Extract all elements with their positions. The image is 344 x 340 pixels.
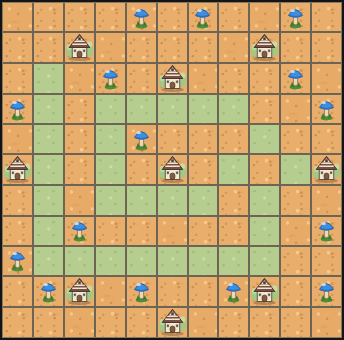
board-cell[interactable]: [312, 3, 341, 31]
board-cell[interactable]: [127, 125, 156, 153]
board-cell[interactable]: [312, 186, 341, 214]
board-cell[interactable]: [219, 155, 248, 184]
board-cell[interactable]: [250, 125, 279, 153]
board-cell[interactable]: [281, 95, 310, 123]
mushroom-icon: [132, 280, 151, 303]
board-cell[interactable]: [65, 95, 94, 123]
board-cell[interactable]: [281, 247, 310, 275]
house-icon: [250, 277, 279, 306]
board-cell[interactable]: [127, 277, 156, 306]
puzzle-board-frame: [0, 0, 344, 340]
board-cell[interactable]: [65, 277, 94, 306]
house-icon: [158, 64, 187, 93]
board-cell[interactable]: [96, 95, 125, 123]
board-cell[interactable]: [312, 217, 341, 245]
board-cell[interactable]: [3, 308, 32, 337]
board-cell[interactable]: [250, 277, 279, 306]
board-cell[interactable]: [3, 125, 32, 153]
board-cell[interactable]: [96, 308, 125, 337]
board-cell[interactable]: [250, 308, 279, 337]
board-cell[interactable]: [158, 125, 187, 153]
board-cell[interactable]: [189, 64, 218, 93]
board-cell[interactable]: [127, 33, 156, 62]
board-cell[interactable]: [189, 186, 218, 214]
board-cell[interactable]: [281, 155, 310, 184]
board-cell[interactable]: [189, 125, 218, 153]
mushroom-icon: [8, 249, 27, 272]
board-cell[interactable]: [65, 64, 94, 93]
board-cell[interactable]: [219, 277, 248, 306]
board-cell[interactable]: [3, 217, 32, 245]
board-cell[interactable]: [96, 64, 125, 93]
board-cell[interactable]: [34, 308, 63, 337]
board-cell[interactable]: [65, 247, 94, 275]
board-cell[interactable]: [3, 33, 32, 62]
board-cell[interactable]: [158, 247, 187, 275]
board-cell[interactable]: [127, 217, 156, 245]
board-cell[interactable]: [189, 308, 218, 337]
board-cell[interactable]: [281, 125, 310, 153]
board-cell[interactable]: [3, 186, 32, 214]
board-cell[interactable]: [250, 217, 279, 245]
board-cell[interactable]: [281, 277, 310, 306]
board-cell[interactable]: [219, 3, 248, 31]
board-cell[interactable]: [281, 186, 310, 214]
house-icon: [250, 33, 279, 62]
board-cell[interactable]: [158, 3, 187, 31]
board-cell[interactable]: [312, 308, 341, 337]
board-cell[interactable]: [96, 277, 125, 306]
board-cell[interactable]: [127, 308, 156, 337]
board-cell[interactable]: [219, 33, 248, 62]
mushroom-icon: [286, 67, 305, 90]
board-cell[interactable]: [312, 277, 341, 306]
board-cell[interactable]: [65, 125, 94, 153]
board-cell[interactable]: [250, 155, 279, 184]
board-cell[interactable]: [312, 33, 341, 62]
board-cell[interactable]: [3, 64, 32, 93]
board-cell[interactable]: [250, 33, 279, 62]
board-cell[interactable]: [3, 155, 32, 184]
board-cell[interactable]: [96, 155, 125, 184]
board-cell[interactable]: [96, 217, 125, 245]
house-icon: [158, 308, 187, 337]
board-cell[interactable]: [312, 64, 341, 93]
board-cell[interactable]: [158, 217, 187, 245]
board-cell[interactable]: [250, 64, 279, 93]
board-cell[interactable]: [189, 33, 218, 62]
board-cell[interactable]: [158, 308, 187, 337]
board-cell[interactable]: [34, 33, 63, 62]
board-cell[interactable]: [219, 308, 248, 337]
board-cell[interactable]: [34, 3, 63, 31]
board-cell[interactable]: [127, 3, 156, 31]
board-cell[interactable]: [189, 217, 218, 245]
house-icon: [3, 155, 32, 184]
board-cell[interactable]: [250, 186, 279, 214]
house-icon: [312, 155, 341, 184]
board-cell[interactable]: [281, 3, 310, 31]
board-cell[interactable]: [34, 125, 63, 153]
board-cell[interactable]: [158, 33, 187, 62]
mushroom-icon: [286, 6, 305, 29]
board-cell[interactable]: [189, 155, 218, 184]
board-cell[interactable]: [3, 3, 32, 31]
board-cell[interactable]: [158, 186, 187, 214]
board-cell[interactable]: [96, 125, 125, 153]
board-cell[interactable]: [65, 186, 94, 214]
board-cell[interactable]: [158, 277, 187, 306]
mushroom-icon: [8, 98, 27, 121]
board-cell[interactable]: [34, 64, 63, 93]
board-cell[interactable]: [281, 308, 310, 337]
board-cell[interactable]: [281, 217, 310, 245]
board-cell[interactable]: [127, 247, 156, 275]
board-cell[interactable]: [281, 33, 310, 62]
puzzle-board: [2, 2, 342, 338]
board-cell[interactable]: [158, 155, 187, 184]
board-cell[interactable]: [65, 155, 94, 184]
mushroom-icon: [317, 219, 336, 242]
house-icon: [65, 277, 94, 306]
board-cell[interactable]: [189, 3, 218, 31]
board-cell[interactable]: [34, 186, 63, 214]
board-cell[interactable]: [96, 33, 125, 62]
mushroom-icon: [132, 6, 151, 29]
mushroom-icon: [317, 98, 336, 121]
house-icon: [158, 155, 187, 184]
board-cell[interactable]: [34, 277, 63, 306]
board-cell[interactable]: [219, 95, 248, 123]
board-cell[interactable]: [3, 277, 32, 306]
board-cell[interactable]: [189, 277, 218, 306]
board-cell[interactable]: [219, 186, 248, 214]
mushroom-icon: [70, 219, 89, 242]
mushroom-icon: [193, 6, 212, 29]
board-cell[interactable]: [65, 3, 94, 31]
board-cell[interactable]: [250, 3, 279, 31]
board-cell[interactable]: [312, 247, 341, 275]
board-cell[interactable]: [250, 247, 279, 275]
board-cell[interactable]: [34, 247, 63, 275]
board-cell[interactable]: [34, 95, 63, 123]
board-cell[interactable]: [65, 217, 94, 245]
board-cell[interactable]: [127, 186, 156, 214]
board-cell[interactable]: [96, 247, 125, 275]
board-cell[interactable]: [3, 247, 32, 275]
board-cell[interactable]: [96, 3, 125, 31]
board-cell[interactable]: [34, 155, 63, 184]
board-cell[interactable]: [219, 125, 248, 153]
board-cell[interactable]: [250, 95, 279, 123]
board-cell[interactable]: [96, 186, 125, 214]
mushroom-icon: [101, 67, 120, 90]
board-cell[interactable]: [312, 95, 341, 123]
mushroom-icon: [224, 280, 243, 303]
board-cell[interactable]: [65, 33, 94, 62]
mushroom-icon: [39, 280, 58, 303]
board-cell[interactable]: [312, 155, 341, 184]
board-cell[interactable]: [127, 95, 156, 123]
mushroom-icon: [317, 280, 336, 303]
board-cell[interactable]: [3, 95, 32, 123]
board-cell[interactable]: [158, 64, 187, 93]
board-cell[interactable]: [65, 308, 94, 337]
board-cell[interactable]: [219, 64, 248, 93]
board-cell[interactable]: [219, 247, 248, 275]
board-cell[interactable]: [127, 64, 156, 93]
mushroom-icon: [132, 128, 151, 151]
board-cell[interactable]: [189, 95, 218, 123]
board-cell[interactable]: [158, 95, 187, 123]
board-cell[interactable]: [281, 64, 310, 93]
house-icon: [65, 33, 94, 62]
board-cell[interactable]: [189, 247, 218, 275]
board-cell[interactable]: [127, 155, 156, 184]
board-cell[interactable]: [312, 125, 341, 153]
board-cell[interactable]: [219, 217, 248, 245]
board-cell[interactable]: [34, 217, 63, 245]
